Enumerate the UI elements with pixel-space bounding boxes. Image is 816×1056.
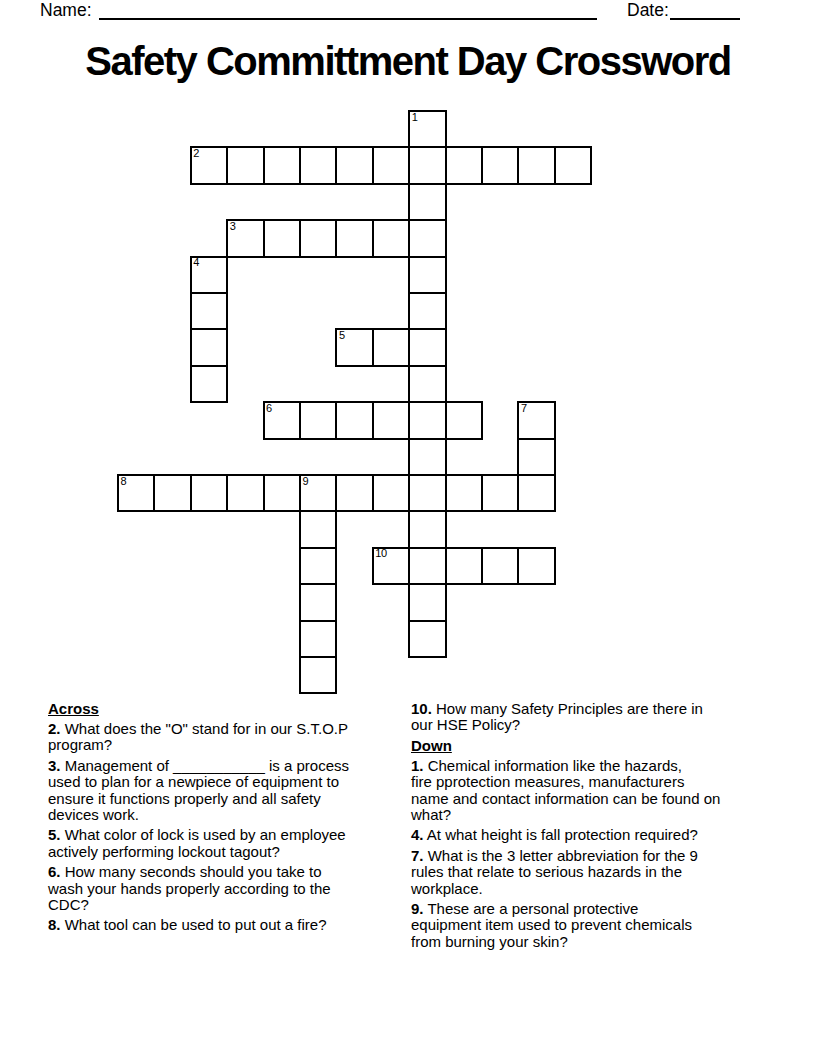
grid-cell-r8c6[interactable] bbox=[335, 401, 373, 439]
grid-cell-r3c5[interactable] bbox=[299, 219, 337, 257]
grid-cell-r10c9[interactable] bbox=[445, 474, 483, 512]
grid-cell-r8c9[interactable] bbox=[445, 401, 483, 439]
grid-cell-r10c6[interactable] bbox=[335, 474, 373, 512]
grid-cell-r9c11[interactable] bbox=[517, 438, 555, 476]
clue-across-8-text: What tool can be used to put out a fire? bbox=[65, 916, 327, 933]
clue-across-10-text: How many Safety Principles are there in … bbox=[411, 700, 703, 733]
grid-cell-r12c8[interactable] bbox=[408, 547, 446, 585]
grid-cell-r8c5[interactable] bbox=[299, 401, 337, 439]
clue-down-7: 7. What is the 3 letter abbreviation for… bbox=[411, 848, 775, 897]
crossword-grid: 12345678910 bbox=[117, 110, 595, 696]
grid-cell-r10c3[interactable] bbox=[226, 474, 264, 512]
grid-cell-r10c10[interactable] bbox=[481, 474, 519, 512]
grid-cell-r10c8[interactable] bbox=[408, 474, 446, 512]
clue-across-5-text: What color of lock is used by an employe… bbox=[48, 826, 346, 859]
clue-across-6-number: 6. bbox=[48, 863, 61, 880]
grid-cell-r6c7[interactable] bbox=[372, 328, 410, 366]
grid-cell-r8c7[interactable] bbox=[372, 401, 410, 439]
across-clues-column: Across 2. What does the "O" stand for in… bbox=[48, 701, 408, 938]
cell-number-6: 6 bbox=[266, 403, 272, 415]
cell-number-5: 5 bbox=[339, 330, 345, 342]
grid-cell-r10c7[interactable] bbox=[372, 474, 410, 512]
clue-across-5: 5. What color of lock is used by an empl… bbox=[48, 827, 408, 859]
cell-number-2: 2 bbox=[193, 148, 199, 160]
clue-across-2: 2. What does the "O" stand for in our S.… bbox=[48, 721, 408, 753]
grid-cell-r9c8[interactable] bbox=[408, 438, 446, 476]
clue-down-1: 1. Chemical information like the hazards… bbox=[411, 758, 775, 823]
cell-number-9: 9 bbox=[303, 476, 309, 488]
clue-across-5-number: 5. bbox=[48, 826, 61, 843]
clue-across-8: 8. What tool can be used to put out a fi… bbox=[48, 917, 408, 933]
grid-cell-r3c8[interactable] bbox=[408, 219, 446, 257]
down-heading: Down bbox=[411, 738, 775, 754]
clue-across-10-number: 10. bbox=[411, 700, 432, 717]
grid-cell-r14c8[interactable] bbox=[408, 620, 446, 658]
grid-cell-r11c5[interactable] bbox=[299, 510, 337, 548]
grid-cell-r13c8[interactable] bbox=[408, 583, 446, 621]
cell-number-8: 8 bbox=[121, 476, 127, 488]
cell-number-3: 3 bbox=[230, 221, 236, 233]
clue-down-9-number: 9. bbox=[411, 900, 424, 917]
grid-cell-r2c8[interactable] bbox=[408, 183, 446, 221]
grid-cell-r10c2[interactable] bbox=[190, 474, 228, 512]
grid-cell-r1c9[interactable] bbox=[445, 146, 483, 184]
clue-down-1-number: 1. bbox=[411, 757, 424, 774]
grid-cell-r10c11[interactable] bbox=[517, 474, 555, 512]
grid-cell-r1c5[interactable] bbox=[299, 146, 337, 184]
across-heading: Across bbox=[48, 701, 408, 717]
grid-cell-r12c10[interactable] bbox=[481, 547, 519, 585]
grid-cell-r4c8[interactable] bbox=[408, 256, 446, 294]
grid-cell-r6c8[interactable] bbox=[408, 328, 446, 366]
clue-across-3: 3. Management of ___________ is a proces… bbox=[48, 758, 408, 823]
grid-cell-r6c2[interactable] bbox=[190, 328, 228, 366]
clue-down-7-number: 7. bbox=[411, 847, 424, 864]
cell-number-1: 1 bbox=[412, 112, 418, 124]
grid-cell-r5c2[interactable] bbox=[190, 292, 228, 330]
grid-cell-r10c1[interactable] bbox=[153, 474, 191, 512]
grid-cell-r12c11[interactable] bbox=[517, 547, 555, 585]
clue-down-7-text: What is the 3 letter abbreviation for th… bbox=[411, 847, 698, 896]
clue-down-9: 9. These are a personal protective equip… bbox=[411, 901, 775, 950]
grid-cell-r3c6[interactable] bbox=[335, 219, 373, 257]
grid-cell-r1c7[interactable] bbox=[372, 146, 410, 184]
clue-across-6-text: How many seconds should you take to wash… bbox=[48, 863, 331, 912]
grid-cell-r8c8[interactable] bbox=[408, 401, 446, 439]
grid-cell-r1c8[interactable] bbox=[408, 146, 446, 184]
grid-cell-r11c8[interactable] bbox=[408, 510, 446, 548]
date-label: Date: bbox=[627, 0, 669, 20]
name-label: Name: bbox=[40, 0, 92, 20]
grid-cell-r1c10[interactable] bbox=[481, 146, 519, 184]
grid-cell-r13c5[interactable] bbox=[299, 583, 337, 621]
name-blank-line[interactable] bbox=[99, 18, 597, 20]
grid-cell-r1c12[interactable] bbox=[554, 146, 592, 184]
clue-across-3-number: 3. bbox=[48, 757, 61, 774]
clue-down-4-number: 4. bbox=[411, 826, 424, 843]
clue-across-3-text: Management of ___________ is a process u… bbox=[48, 757, 349, 823]
clue-down-1-text: Chemical information like the hazards, f… bbox=[411, 757, 720, 823]
grid-cell-r1c3[interactable] bbox=[226, 146, 264, 184]
grid-cell-r10c4[interactable] bbox=[263, 474, 301, 512]
cell-number-10: 10 bbox=[375, 548, 387, 560]
grid-cell-r12c9[interactable] bbox=[445, 547, 483, 585]
grid-cell-r7c8[interactable] bbox=[408, 365, 446, 403]
grid-cell-r12c5[interactable] bbox=[299, 547, 337, 585]
grid-cell-r1c6[interactable] bbox=[335, 146, 373, 184]
cell-number-7: 7 bbox=[521, 403, 527, 415]
clue-across-8-number: 8. bbox=[48, 916, 61, 933]
clue-across-6: 6. How many seconds should you take to w… bbox=[48, 864, 408, 913]
clue-down-4-text: At what height is fall protection requir… bbox=[427, 826, 698, 843]
down-clues-column: 10. How many Safety Principles are there… bbox=[411, 701, 775, 954]
clue-across-2-number: 2. bbox=[48, 720, 61, 737]
cell-number-4: 4 bbox=[193, 257, 199, 269]
grid-cell-r5c8[interactable] bbox=[408, 292, 446, 330]
grid-cell-r1c11[interactable] bbox=[517, 146, 555, 184]
date-blank-line[interactable] bbox=[670, 18, 740, 20]
grid-cell-r15c5[interactable] bbox=[299, 656, 337, 694]
page-title: Safety Committment Day Crossword bbox=[0, 39, 816, 83]
grid-cell-r3c7[interactable] bbox=[372, 219, 410, 257]
grid-cell-r3c4[interactable] bbox=[263, 219, 301, 257]
clue-across-10: 10. How many Safety Principles are there… bbox=[411, 701, 775, 733]
grid-cell-r1c4[interactable] bbox=[263, 146, 301, 184]
grid-cell-r7c2[interactable] bbox=[190, 365, 228, 403]
worksheet-page: Name: Date: Safety Committment Day Cross… bbox=[0, 0, 816, 1056]
clue-down-9-text: These are a personal protective equipmen… bbox=[411, 900, 692, 949]
clue-across-2-text: What does the "O" stand for in our S.T.O… bbox=[48, 720, 348, 753]
grid-cell-r14c5[interactable] bbox=[299, 620, 337, 658]
clue-down-4: 4. At what height is fall protection req… bbox=[411, 827, 775, 843]
